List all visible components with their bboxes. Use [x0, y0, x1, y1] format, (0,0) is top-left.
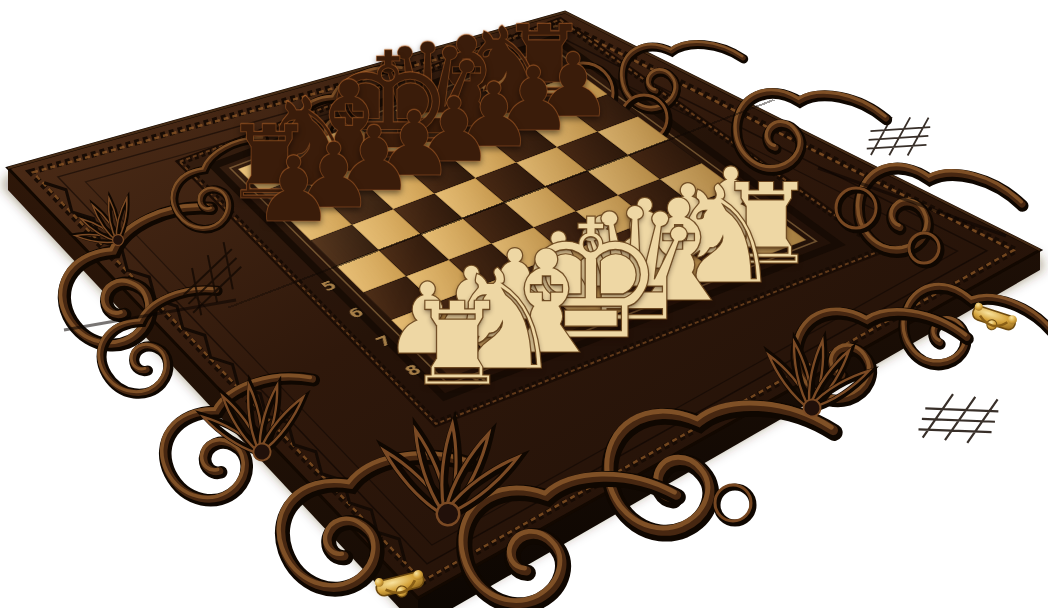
product-photo-stage: 5678hg ♜♞♟♝♟♛♟♚♟♝♟♞♟♜♟♟♟♟♜♟♞♟♝♟♛♟♚♟♝♟♞♜ [0, 0, 1048, 608]
lattice-engraving [916, 379, 1001, 457]
